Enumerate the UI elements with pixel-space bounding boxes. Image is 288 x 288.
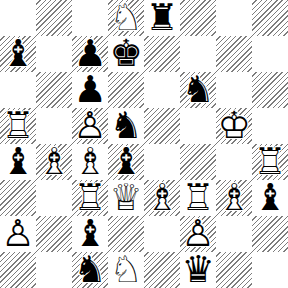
square-c7[interactable]: ♟♟ [72, 36, 108, 72]
square-b6[interactable] [36, 72, 72, 108]
square-d4[interactable]: ♝♝ [108, 144, 144, 180]
square-f1[interactable]: ♛♛ [180, 252, 216, 288]
square-d6[interactable] [108, 72, 144, 108]
square-b4[interactable]: ♝♗ [36, 144, 72, 180]
square-a6[interactable] [0, 72, 36, 108]
square-e3[interactable]: ♝♗ [144, 180, 180, 216]
piece-white-rook: ♖ [72, 180, 108, 216]
square-d2[interactable] [108, 216, 144, 252]
piece-black-pawn: ♟ [72, 36, 108, 72]
square-c4[interactable]: ♝♗ [72, 144, 108, 180]
piece-white-rook: ♖ [180, 180, 216, 216]
square-h8[interactable] [252, 0, 288, 36]
square-h7[interactable] [252, 36, 288, 72]
square-c2[interactable]: ♝♝ [72, 216, 108, 252]
square-c1[interactable]: ♞♞ [72, 252, 108, 288]
piece-black-bishop: ♝ [0, 36, 36, 72]
square-d5[interactable]: ♞♞ [108, 108, 144, 144]
square-c6[interactable]: ♟♟ [72, 72, 108, 108]
square-a1[interactable] [0, 252, 36, 288]
square-c8[interactable] [72, 0, 108, 36]
square-a2[interactable]: ♟♙ [0, 216, 36, 252]
square-f8[interactable] [180, 0, 216, 36]
square-f7[interactable] [180, 36, 216, 72]
piece-black-knight: ♞ [108, 108, 144, 144]
piece-black-pawn: ♟ [72, 72, 108, 108]
piece-black-knight: ♞ [180, 72, 216, 108]
piece-black-rook: ♜ [144, 0, 180, 36]
square-e4[interactable] [144, 144, 180, 180]
piece-white-rook: ♖ [252, 144, 288, 180]
piece-black-knight: ♞ [72, 252, 108, 288]
piece-black-queen: ♛ [180, 252, 216, 288]
piece-white-rook: ♖ [0, 108, 36, 144]
square-f4[interactable] [180, 144, 216, 180]
square-g8[interactable] [216, 0, 252, 36]
square-g6[interactable] [216, 72, 252, 108]
square-b2[interactable] [36, 216, 72, 252]
square-g4[interactable] [216, 144, 252, 180]
square-c5[interactable]: ♟♙ [72, 108, 108, 144]
square-a8[interactable] [0, 0, 36, 36]
square-g3[interactable]: ♝♗ [216, 180, 252, 216]
square-d8[interactable]: ♞♘ [108, 0, 144, 36]
square-d7[interactable]: ♚♚ [108, 36, 144, 72]
square-e8[interactable]: ♜♜ [144, 0, 180, 36]
square-h5[interactable] [252, 108, 288, 144]
square-h4[interactable]: ♜♖ [252, 144, 288, 180]
square-e2[interactable] [144, 216, 180, 252]
piece-white-bishop: ♗ [36, 144, 72, 180]
square-c3[interactable]: ♜♖ [72, 180, 108, 216]
piece-white-bishop: ♗ [144, 180, 180, 216]
chessboard: ♞♘♜♜♝♝♟♟♚♚♟♟♞♞♜♖♟♙♞♞♚♔♝♝♝♗♝♗♝♝♜♖♜♖♛♕♝♗♜♖… [0, 0, 288, 288]
piece-black-bishop: ♝ [0, 144, 36, 180]
piece-white-knight: ♘ [108, 252, 144, 288]
square-g2[interactable] [216, 216, 252, 252]
square-h1[interactable] [252, 252, 288, 288]
square-a5[interactable]: ♜♖ [0, 108, 36, 144]
square-a3[interactable] [0, 180, 36, 216]
square-b7[interactable] [36, 36, 72, 72]
piece-white-pawn: ♙ [180, 216, 216, 252]
square-d1[interactable]: ♞♘ [108, 252, 144, 288]
piece-white-bishop: ♗ [72, 144, 108, 180]
piece-black-king: ♚ [108, 36, 144, 72]
square-e6[interactable] [144, 72, 180, 108]
square-f5[interactable] [180, 108, 216, 144]
square-a7[interactable]: ♝♝ [0, 36, 36, 72]
piece-black-bishop: ♝ [72, 216, 108, 252]
piece-white-pawn: ♙ [72, 108, 108, 144]
square-e7[interactable] [144, 36, 180, 72]
square-e1[interactable] [144, 252, 180, 288]
piece-white-king: ♔ [216, 108, 252, 144]
square-h6[interactable] [252, 72, 288, 108]
piece-white-knight: ♘ [108, 0, 144, 36]
square-g7[interactable] [216, 36, 252, 72]
piece-white-queen: ♕ [108, 180, 144, 216]
square-f2[interactable]: ♟♙ [180, 216, 216, 252]
square-f6[interactable]: ♞♞ [180, 72, 216, 108]
square-g1[interactable] [216, 252, 252, 288]
square-g5[interactable]: ♚♔ [216, 108, 252, 144]
square-f3[interactable]: ♜♖ [180, 180, 216, 216]
square-a4[interactable]: ♝♝ [0, 144, 36, 180]
square-b1[interactable] [36, 252, 72, 288]
square-b8[interactable] [36, 0, 72, 36]
piece-black-bishop: ♝ [252, 180, 288, 216]
square-b3[interactable] [36, 180, 72, 216]
square-h3[interactable]: ♝♝ [252, 180, 288, 216]
square-e5[interactable] [144, 108, 180, 144]
piece-black-bishop: ♝ [108, 144, 144, 180]
piece-white-bishop: ♗ [216, 180, 252, 216]
square-d3[interactable]: ♛♕ [108, 180, 144, 216]
square-h2[interactable] [252, 216, 288, 252]
square-b5[interactable] [36, 108, 72, 144]
piece-white-pawn: ♙ [0, 216, 36, 252]
